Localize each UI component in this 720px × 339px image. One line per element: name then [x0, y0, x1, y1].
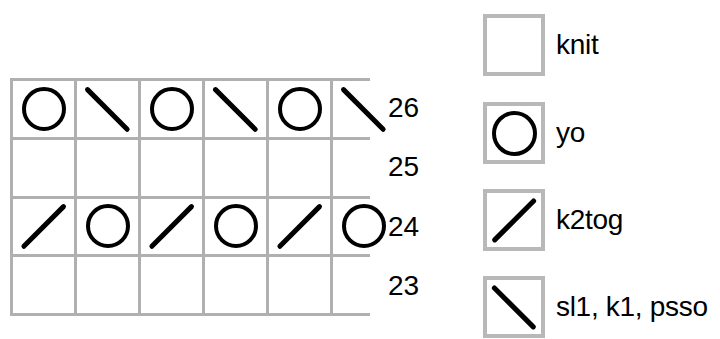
knitting-chart-grid: [10, 78, 370, 316]
legend-swatch-knit: [483, 14, 545, 76]
chart-cell-row23-st4: [205, 257, 266, 313]
legend-swatch-skp: [483, 276, 545, 338]
yo-circle-symbol: [278, 87, 322, 131]
legend-label-knit: knit: [556, 29, 598, 61]
legend-label-skp: sl1, k1, psso: [556, 291, 708, 323]
yo-circle-symbol: [22, 87, 66, 131]
chart-cell-row26-st3: [141, 81, 202, 137]
skp-backslash-symbol: [84, 86, 130, 132]
chart-cell-row23-st1: [13, 257, 74, 313]
chart-cell-row24-st4: [205, 199, 266, 255]
chart-cell-row26-st2: [77, 81, 138, 137]
chart-cell-row23-st2: [77, 257, 138, 313]
chart-cell-row25-st1: [13, 140, 74, 196]
yo-circle-symbol: [150, 87, 194, 131]
chart-cell-row23-st3: [141, 257, 202, 313]
chart-cell-row25-st3: [141, 140, 202, 196]
row-number-26: 26: [378, 78, 438, 138]
chart-cell-row25-st4: [205, 140, 266, 196]
chart-cell-row25-st5: [269, 140, 330, 196]
row-number-24: 24: [378, 197, 438, 257]
chart-cell-row24-st5: [269, 199, 330, 255]
legend-label-k2tog: k2tog: [556, 204, 623, 236]
legend-swatch-k2tog: [483, 189, 545, 251]
chart-cell-row23-st5: [269, 257, 330, 313]
k2tog-slash-symbol: [491, 197, 537, 243]
legend-swatch-yo: [483, 102, 545, 164]
legend-item-skp: sl1, k1, psso: [483, 276, 708, 338]
yo-circle-symbol: [492, 111, 537, 156]
chart-cell-row26-st4: [205, 81, 266, 137]
skp-backslash-symbol: [491, 284, 537, 330]
chart-cell-row26-st5: [269, 81, 330, 137]
row-number-25: 25: [378, 138, 438, 198]
k2tog-slash-symbol: [276, 203, 322, 249]
row-numbers-column: 26252423: [378, 78, 438, 316]
legend-item-k2tog: k2tog: [483, 189, 623, 251]
legend-item-knit: knit: [483, 14, 598, 76]
chart-cell-row25-st2: [77, 140, 138, 196]
legend-label-yo: yo: [556, 117, 585, 149]
skp-backslash-symbol: [212, 86, 258, 132]
legend-item-yo: yo: [483, 102, 585, 164]
chart-cell-row24-st1: [13, 199, 74, 255]
yo-circle-symbol: [214, 204, 258, 248]
chart-cell-row24-st3: [141, 199, 202, 255]
chart-cell-row26-st1: [13, 81, 74, 137]
k2tog-slash-symbol: [20, 203, 66, 249]
yo-circle-symbol: [86, 204, 130, 248]
k2tog-slash-symbol: [148, 203, 194, 249]
chart-cell-row24-st2: [77, 199, 138, 255]
row-number-23: 23: [378, 257, 438, 317]
